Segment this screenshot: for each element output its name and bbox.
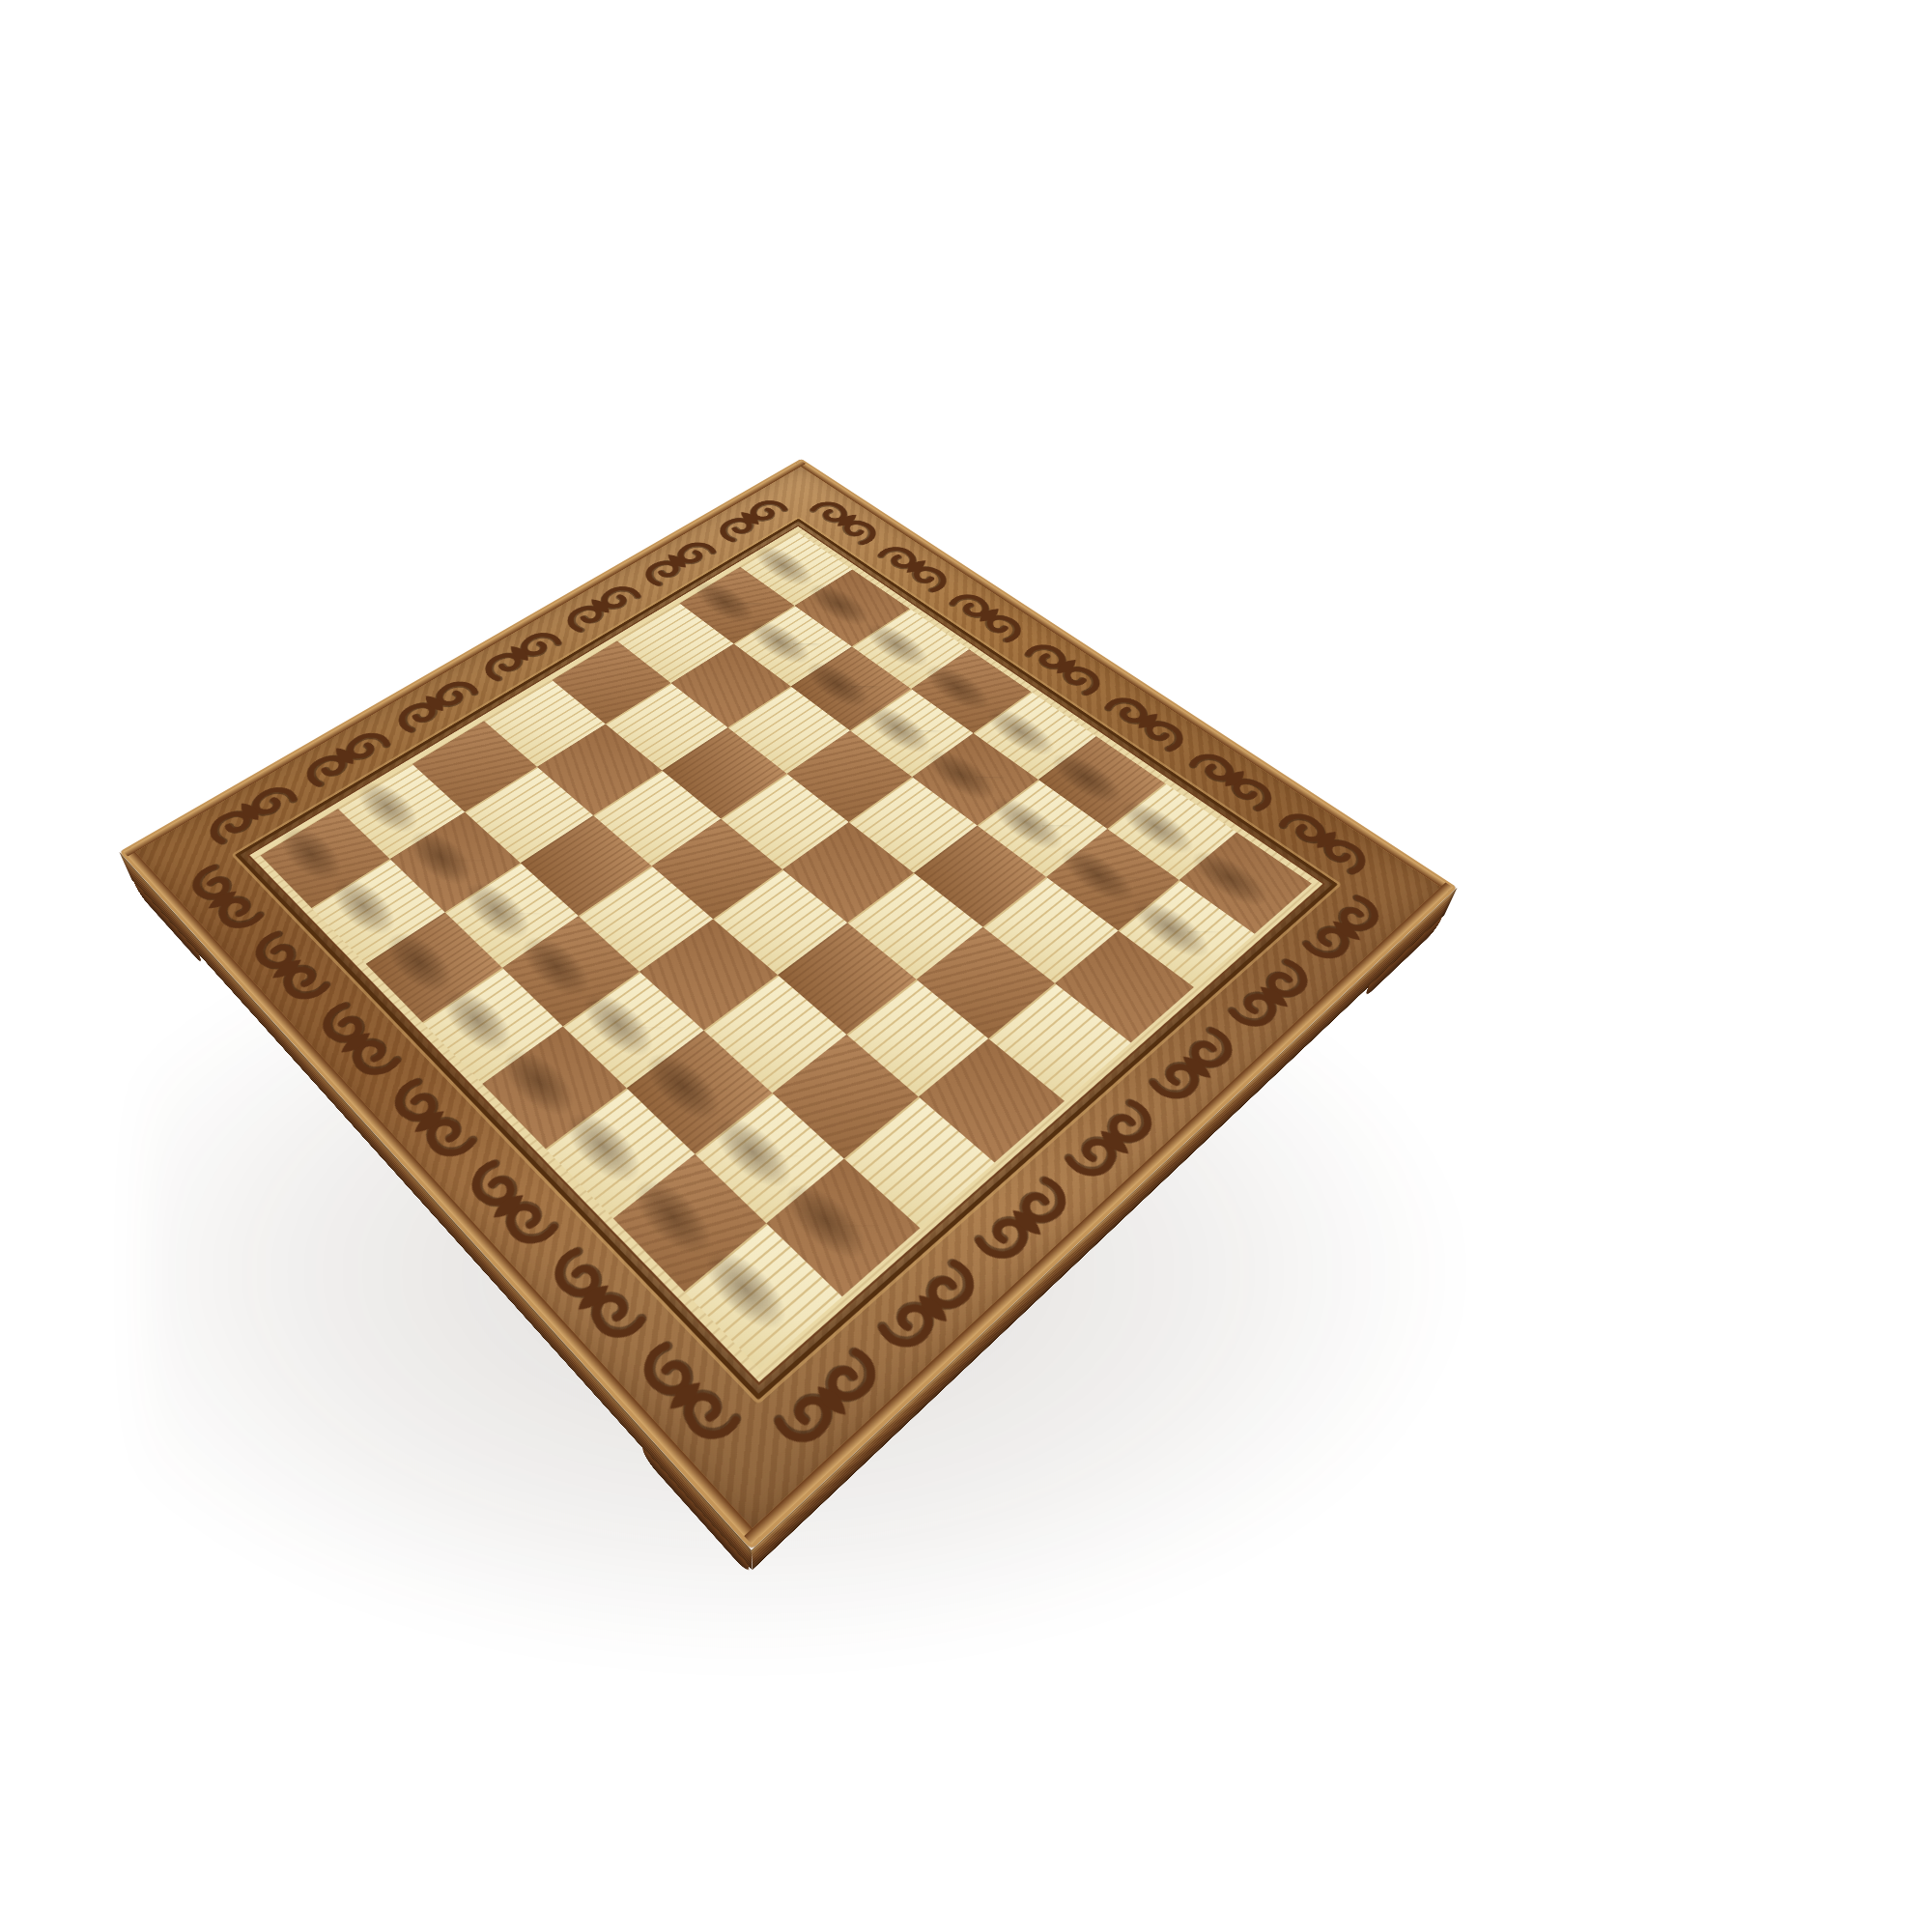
- black-pawn-glyph: ♟: [1142, 842, 1231, 937]
- white-queen-finial-ball-icon: [484, 838, 501, 856]
- white-rook-glyph: ♜: [699, 1165, 827, 1300]
- black-king-finial-drop-icon: [1025, 542, 1044, 561]
- white-king-finial-drop-icon: [543, 859, 565, 881]
- chess-board: ♜♞♝♛♚♝♞♜♟♟♟♟♟♟♟♟♟♟♟♟♟♟♟♟♜♞♝♛♚♝♞♜: [119, 459, 1457, 1550]
- scene: ♜♞♝♛♚♝♞♜♟♟♟♟♟♟♟♟♟♟♟♟♟♟♟♟♜♞♝♛♚♝♞♜: [0, 0, 1932, 1932]
- chess-set-photo: { "game": "chess", "position": "rnbqkbnr…: [0, 0, 1932, 1932]
